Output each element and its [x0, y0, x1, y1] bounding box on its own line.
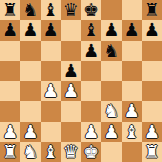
white-pawn-piece: ♟ [103, 122, 119, 142]
square-a4[interactable] [0, 81, 20, 101]
black-pawn-piece: ♟ [124, 20, 140, 40]
white-pawn-piece: ♟ [63, 81, 79, 101]
white-pawn-piece: ♟ [124, 101, 140, 121]
black-rook-piece: ♜ [2, 0, 18, 20]
square-d8[interactable]: ♛ [61, 0, 81, 20]
square-b4[interactable] [20, 81, 40, 101]
square-h3[interactable] [142, 101, 162, 121]
square-d3[interactable] [61, 101, 81, 121]
white-pawn-piece: ♟ [2, 122, 18, 142]
square-h8[interactable]: ♜ [142, 0, 162, 20]
square-f6[interactable]: ♞ [101, 41, 121, 61]
black-knight-piece: ♞ [103, 41, 119, 61]
square-g5[interactable] [122, 61, 142, 81]
black-pawn-piece: ♟ [43, 20, 59, 40]
square-b2[interactable]: ♟ [20, 122, 40, 142]
black-queen-piece: ♛ [63, 0, 79, 20]
black-pawn-piece: ♟ [2, 20, 18, 40]
white-pawn-piece: ♟ [144, 122, 160, 142]
square-f7[interactable]: ♟ [101, 20, 121, 40]
square-c4[interactable]: ♟ [41, 81, 61, 101]
square-b5[interactable] [20, 61, 40, 81]
square-h4[interactable] [142, 81, 162, 101]
square-c1[interactable]: ♝ [41, 142, 61, 162]
square-d2[interactable] [61, 122, 81, 142]
square-d7[interactable] [61, 20, 81, 40]
white-queen-piece: ♛ [63, 142, 79, 162]
black-pawn-piece: ♟ [83, 41, 99, 61]
square-e1[interactable]: ♚ [81, 142, 101, 162]
white-bishop-piece: ♝ [43, 142, 59, 162]
white-knight-piece: ♞ [22, 142, 38, 162]
square-a8[interactable]: ♜ [0, 0, 20, 20]
square-b7[interactable]: ♟ [20, 20, 40, 40]
square-a7[interactable]: ♟ [0, 20, 20, 40]
square-b8[interactable]: ♞ [20, 0, 40, 20]
square-g1[interactable] [122, 142, 142, 162]
square-a2[interactable]: ♟ [0, 122, 20, 142]
square-a5[interactable] [0, 61, 20, 81]
white-knight-piece: ♞ [103, 101, 119, 121]
black-pawn-piece: ♟ [22, 20, 38, 40]
square-e2[interactable]: ♟ [81, 122, 101, 142]
square-c8[interactable]: ♝ [41, 0, 61, 20]
white-pawn-piece: ♟ [43, 81, 59, 101]
square-e7[interactable]: ♝ [81, 20, 101, 40]
white-rook-piece: ♜ [144, 142, 160, 162]
black-bishop-piece: ♝ [43, 0, 59, 20]
square-c7[interactable]: ♟ [41, 20, 61, 40]
square-e4[interactable] [81, 81, 101, 101]
square-e8[interactable]: ♚ [81, 0, 101, 20]
white-pawn-piece: ♟ [22, 122, 38, 142]
square-e3[interactable] [81, 101, 101, 121]
square-f3[interactable]: ♞ [101, 101, 121, 121]
black-pawn-piece: ♟ [144, 20, 160, 40]
square-h6[interactable] [142, 41, 162, 61]
black-rook-piece: ♜ [144, 0, 160, 20]
square-g2[interactable]: ♝ [122, 122, 142, 142]
square-f4[interactable] [101, 81, 121, 101]
square-h7[interactable]: ♟ [142, 20, 162, 40]
square-e5[interactable] [81, 61, 101, 81]
square-h5[interactable] [142, 61, 162, 81]
square-f1[interactable] [101, 142, 121, 162]
square-a6[interactable] [0, 41, 20, 61]
square-a3[interactable] [0, 101, 20, 121]
square-d5[interactable]: ♟ [61, 61, 81, 81]
square-f2[interactable]: ♟ [101, 122, 121, 142]
square-g6[interactable] [122, 41, 142, 61]
square-f8[interactable] [101, 0, 121, 20]
square-f5[interactable] [101, 61, 121, 81]
square-c2[interactable] [41, 122, 61, 142]
square-e6[interactable]: ♟ [81, 41, 101, 61]
square-d4[interactable]: ♟ [61, 81, 81, 101]
black-bishop-piece: ♝ [83, 20, 99, 40]
square-g4[interactable] [122, 81, 142, 101]
square-d1[interactable]: ♛ [61, 142, 81, 162]
white-pawn-piece: ♟ [83, 122, 99, 142]
square-h2[interactable]: ♟ [142, 122, 162, 142]
black-pawn-piece: ♟ [103, 20, 119, 40]
square-g3[interactable]: ♟ [122, 101, 142, 121]
square-g8[interactable] [122, 0, 142, 20]
square-d6[interactable] [61, 41, 81, 61]
square-c5[interactable] [41, 61, 61, 81]
black-king-piece: ♚ [83, 0, 99, 20]
black-knight-piece: ♞ [22, 0, 38, 20]
square-h1[interactable]: ♜ [142, 142, 162, 162]
square-c3[interactable] [41, 101, 61, 121]
square-b6[interactable] [20, 41, 40, 61]
white-rook-piece: ♜ [2, 142, 18, 162]
chess-board: ♜♞♝♛♚♜♟♟♟♝♟♟♟♟♞♟♟♟♞♟♟♟♟♟♝♟♜♞♝♛♚♜ [0, 0, 162, 162]
black-pawn-piece: ♟ [63, 61, 79, 81]
square-b1[interactable]: ♞ [20, 142, 40, 162]
square-c6[interactable] [41, 41, 61, 61]
white-king-piece: ♚ [83, 142, 99, 162]
square-a1[interactable]: ♜ [0, 142, 20, 162]
square-g7[interactable]: ♟ [122, 20, 142, 40]
white-bishop-piece: ♝ [124, 122, 140, 142]
square-b3[interactable] [20, 101, 40, 121]
